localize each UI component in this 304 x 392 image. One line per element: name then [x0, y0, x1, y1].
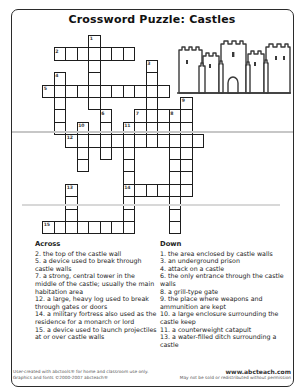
- grid-cell[interactable]: [77, 147, 90, 160]
- grid-cell[interactable]: [123, 209, 136, 222]
- grid-cell[interactable]: [65, 196, 78, 209]
- grid-cell[interactable]: [157, 85, 170, 98]
- across-clue-list: 2. the top of the castle wall5. a device…: [35, 250, 157, 341]
- clue-item: 15. a device used to launch projectiles …: [35, 326, 157, 341]
- grid-cell[interactable]: [100, 147, 113, 160]
- clue-item: 12. a large, heavy log used to break thr…: [35, 295, 157, 310]
- grid-cell[interactable]: [180, 184, 193, 197]
- clue-item: 1. the area enclosed by castle walls: [160, 250, 288, 258]
- grid-cell[interactable]: 11: [123, 122, 136, 135]
- grid-cell[interactable]: [54, 109, 67, 122]
- clue-number: 1: [90, 36, 93, 41]
- scan-artifact-line: [12, 131, 293, 133]
- scan-artifact-line: [22, 204, 280, 206]
- clue-item: 2. the top of the castle wall: [35, 250, 157, 258]
- grid-cell[interactable]: [77, 159, 90, 172]
- footer-right: www.abcteach.com May not be sold or redi…: [161, 368, 291, 381]
- clue-item: 5. a device used to break through castle…: [35, 257, 157, 272]
- clue-number: 5: [44, 86, 47, 91]
- clue-item: 3. an underground prison: [160, 257, 288, 265]
- clue-item: 4. attack on a castle: [160, 265, 288, 273]
- down-clue-list: 1. the area enclosed by castle walls3. a…: [160, 250, 288, 349]
- clue-number: 7: [136, 111, 139, 116]
- grid-cell[interactable]: [123, 171, 136, 184]
- grid-cell[interactable]: [123, 47, 136, 60]
- clue-item: 9. the place where weapons and ammunitio…: [160, 295, 288, 310]
- clue-number: 11: [124, 123, 130, 128]
- grid-cell[interactable]: [180, 147, 193, 160]
- across-header: Across: [35, 241, 157, 249]
- grid-cell[interactable]: [169, 209, 182, 222]
- grid-cell[interactable]: 3: [146, 60, 159, 73]
- clue-number: 2: [55, 49, 58, 54]
- grid-cell[interactable]: [180, 171, 193, 184]
- footer-website: www.abcteach.com: [161, 368, 291, 375]
- grid-cell[interactable]: [123, 196, 136, 209]
- grid-cell[interactable]: 9: [180, 97, 193, 110]
- grid-cell[interactable]: [146, 97, 159, 110]
- grid-cell[interactable]: [146, 122, 159, 135]
- grid-cell[interactable]: [100, 122, 113, 135]
- grid-cell[interactable]: 1: [88, 35, 101, 48]
- clue-number: 12: [67, 135, 73, 140]
- page-title: Crossword Puzzle: Castles: [0, 13, 304, 26]
- grid-cell[interactable]: [169, 221, 182, 234]
- down-clues-section: Down 1. the area enclosed by castle wall…: [160, 241, 288, 348]
- clue-item: 10. a large enclosure surrounding the ca…: [160, 310, 288, 325]
- grid-cell[interactable]: [88, 97, 101, 110]
- clue-number: 6: [101, 111, 104, 116]
- clue-number: 15: [44, 222, 50, 227]
- clue-item: 13. a water-filled ditch surrounding a c…: [160, 333, 288, 348]
- grid-cell[interactable]: [65, 209, 78, 222]
- clue-number: 14: [124, 185, 130, 190]
- grid-cell[interactable]: [88, 72, 101, 85]
- grid-cell[interactable]: 6: [100, 109, 113, 122]
- grid-cell[interactable]: 4: [54, 72, 67, 85]
- clue-item: 8. a grill-type gate: [160, 288, 288, 296]
- grid-cell[interactable]: 10: [77, 122, 90, 135]
- clue-item: 14. a military fortress also used as the…: [35, 310, 157, 325]
- grid-cell[interactable]: [54, 97, 67, 110]
- grid-cell[interactable]: [123, 147, 136, 160]
- across-clues-section: Across 2. the top of the castle wall5. a…: [35, 241, 157, 341]
- grid-cell[interactable]: [88, 60, 101, 73]
- clue-item: 7. a strong, central tower in the middle…: [35, 272, 157, 295]
- grid-cell[interactable]: 13: [65, 184, 78, 197]
- clue-item: 11. a counterweight catapult: [160, 326, 288, 334]
- grid-cell[interactable]: [54, 122, 67, 135]
- clue-number: 13: [67, 185, 73, 190]
- clue-number: 10: [78, 123, 84, 128]
- clue-number: 3: [147, 61, 150, 66]
- worksheet-page: Crossword Puzzle: Castles: [0, 0, 304, 392]
- grid-cell[interactable]: [180, 109, 193, 122]
- clue-number: 9: [182, 98, 185, 103]
- footer-permission-line: May not be sold or redistributed without…: [161, 375, 291, 381]
- grid-cell[interactable]: [169, 196, 182, 209]
- grid-cell[interactable]: [123, 159, 136, 172]
- grid-cell[interactable]: [192, 134, 205, 147]
- down-header: Down: [160, 241, 288, 249]
- grid-cell[interactable]: [146, 72, 159, 85]
- clue-number: 8: [170, 111, 173, 116]
- clue-number: 4: [55, 73, 58, 78]
- grid-cell[interactable]: [180, 122, 193, 135]
- grid-cell[interactable]: [180, 159, 193, 172]
- grid-cell[interactable]: [123, 221, 136, 234]
- clue-item: 6. the only entrance through the castle …: [160, 272, 288, 287]
